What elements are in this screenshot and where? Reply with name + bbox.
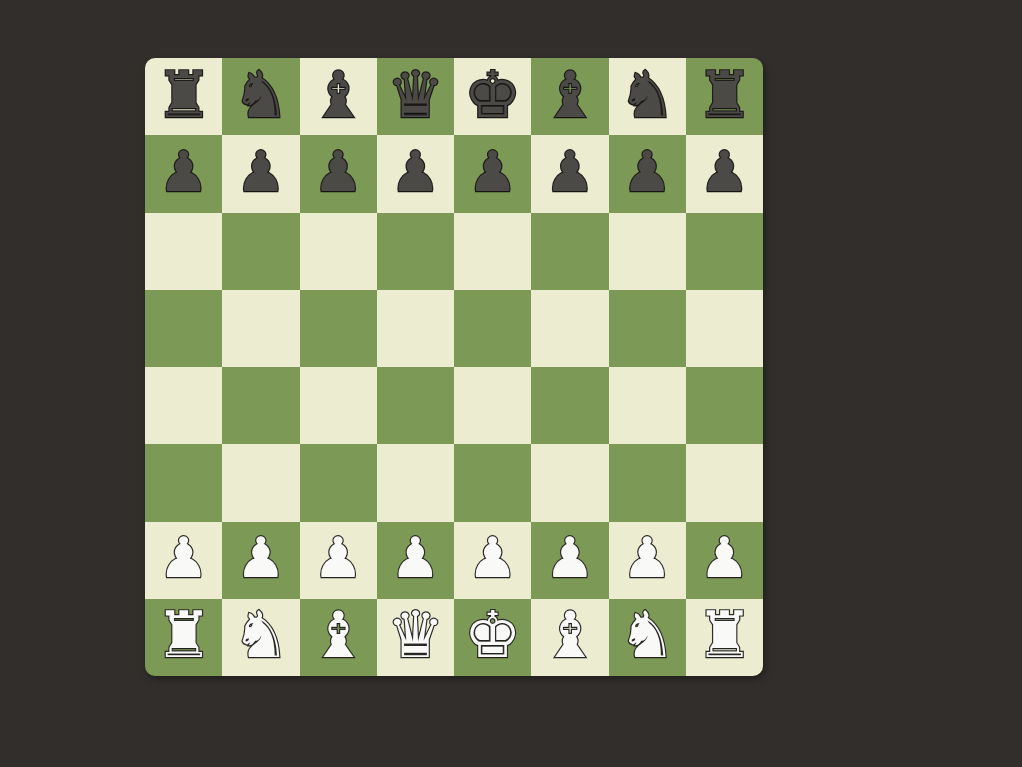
square-e2[interactable]: ♟ <box>454 522 531 599</box>
square-a7[interactable]: ♟ <box>145 135 222 212</box>
piece-white-bishop[interactable]: ♝ <box>541 603 598 667</box>
square-d8[interactable]: ♛ <box>377 58 454 135</box>
square-d4[interactable] <box>377 367 454 444</box>
square-e8[interactable]: ♚ <box>454 58 531 135</box>
piece-white-pawn[interactable]: ♟ <box>468 530 518 586</box>
square-f5[interactable] <box>531 290 608 367</box>
square-b2[interactable]: ♟ <box>222 522 299 599</box>
square-g5[interactable] <box>609 290 686 367</box>
square-h3[interactable] <box>686 444 763 521</box>
square-f4[interactable] <box>531 367 608 444</box>
square-c8[interactable]: ♝ <box>300 58 377 135</box>
square-f6[interactable] <box>531 213 608 290</box>
square-e7[interactable]: ♟ <box>454 135 531 212</box>
square-c1[interactable]: ♝ <box>300 599 377 676</box>
square-a8[interactable]: ♜ <box>145 58 222 135</box>
square-f1[interactable]: ♝ <box>531 599 608 676</box>
piece-white-pawn[interactable]: ♟ <box>699 530 749 586</box>
square-h5[interactable] <box>686 290 763 367</box>
square-b1[interactable]: ♞ <box>222 599 299 676</box>
square-d3[interactable] <box>377 444 454 521</box>
piece-black-queen[interactable]: ♛ <box>387 63 444 127</box>
square-c2[interactable]: ♟ <box>300 522 377 599</box>
square-e5[interactable] <box>454 290 531 367</box>
square-b3[interactable] <box>222 444 299 521</box>
piece-white-king[interactable]: ♚ <box>464 603 521 667</box>
square-g6[interactable] <box>609 213 686 290</box>
square-a2[interactable]: ♟ <box>145 522 222 599</box>
square-b6[interactable] <box>222 213 299 290</box>
square-g1[interactable]: ♞ <box>609 599 686 676</box>
square-g2[interactable]: ♟ <box>609 522 686 599</box>
square-b5[interactable] <box>222 290 299 367</box>
square-f7[interactable]: ♟ <box>531 135 608 212</box>
piece-black-bishop[interactable]: ♝ <box>309 63 366 127</box>
square-d5[interactable] <box>377 290 454 367</box>
piece-black-rook[interactable]: ♜ <box>155 63 212 127</box>
square-d7[interactable]: ♟ <box>377 135 454 212</box>
square-h8[interactable]: ♜ <box>686 58 763 135</box>
square-h1[interactable]: ♜ <box>686 599 763 676</box>
square-c4[interactable] <box>300 367 377 444</box>
square-c7[interactable]: ♟ <box>300 135 377 212</box>
square-d2[interactable]: ♟ <box>377 522 454 599</box>
square-b4[interactable] <box>222 367 299 444</box>
square-a1[interactable]: ♜ <box>145 599 222 676</box>
square-a5[interactable] <box>145 290 222 367</box>
piece-black-pawn[interactable]: ♟ <box>622 144 672 200</box>
piece-white-pawn[interactable]: ♟ <box>159 530 209 586</box>
piece-black-pawn[interactable]: ♟ <box>313 144 363 200</box>
piece-white-pawn[interactable]: ♟ <box>313 530 363 586</box>
piece-white-queen[interactable]: ♛ <box>387 603 444 667</box>
piece-white-pawn[interactable]: ♟ <box>545 530 595 586</box>
square-f3[interactable] <box>531 444 608 521</box>
square-e4[interactable] <box>454 367 531 444</box>
square-e1[interactable]: ♚ <box>454 599 531 676</box>
piece-white-pawn[interactable]: ♟ <box>236 530 286 586</box>
piece-black-pawn[interactable]: ♟ <box>159 144 209 200</box>
piece-black-pawn[interactable]: ♟ <box>545 144 595 200</box>
chess-board: ♜♞♝♛♚♝♞♜♟♟♟♟♟♟♟♟♟♟♟♟♟♟♟♟♜♞♝♛♚♝♞♜ <box>145 58 763 676</box>
piece-white-rook[interactable]: ♜ <box>155 603 212 667</box>
piece-black-pawn[interactable]: ♟ <box>236 144 286 200</box>
piece-white-bishop[interactable]: ♝ <box>309 603 366 667</box>
piece-black-pawn[interactable]: ♟ <box>468 144 518 200</box>
square-h7[interactable]: ♟ <box>686 135 763 212</box>
piece-white-rook[interactable]: ♜ <box>696 603 753 667</box>
square-g7[interactable]: ♟ <box>609 135 686 212</box>
square-g3[interactable] <box>609 444 686 521</box>
square-c6[interactable] <box>300 213 377 290</box>
piece-white-pawn[interactable]: ♟ <box>390 530 440 586</box>
square-c5[interactable] <box>300 290 377 367</box>
square-b8[interactable]: ♞ <box>222 58 299 135</box>
square-e3[interactable] <box>454 444 531 521</box>
square-h2[interactable]: ♟ <box>686 522 763 599</box>
square-d6[interactable] <box>377 213 454 290</box>
piece-black-rook[interactable]: ♜ <box>696 63 753 127</box>
piece-white-pawn[interactable]: ♟ <box>622 530 672 586</box>
piece-black-knight[interactable]: ♞ <box>618 63 675 127</box>
piece-black-bishop[interactable]: ♝ <box>541 63 598 127</box>
square-a3[interactable] <box>145 444 222 521</box>
square-h6[interactable] <box>686 213 763 290</box>
piece-black-king[interactable]: ♚ <box>464 63 521 127</box>
square-f2[interactable]: ♟ <box>531 522 608 599</box>
square-f8[interactable]: ♝ <box>531 58 608 135</box>
piece-white-knight[interactable]: ♞ <box>232 603 289 667</box>
square-c3[interactable] <box>300 444 377 521</box>
piece-black-pawn[interactable]: ♟ <box>699 144 749 200</box>
square-g8[interactable]: ♞ <box>609 58 686 135</box>
piece-black-pawn[interactable]: ♟ <box>390 144 440 200</box>
square-e6[interactable] <box>454 213 531 290</box>
piece-black-knight[interactable]: ♞ <box>232 63 289 127</box>
square-d1[interactable]: ♛ <box>377 599 454 676</box>
square-g4[interactable] <box>609 367 686 444</box>
square-h4[interactable] <box>686 367 763 444</box>
square-a4[interactable] <box>145 367 222 444</box>
square-a6[interactable] <box>145 213 222 290</box>
square-b7[interactable]: ♟ <box>222 135 299 212</box>
piece-white-knight[interactable]: ♞ <box>618 603 675 667</box>
